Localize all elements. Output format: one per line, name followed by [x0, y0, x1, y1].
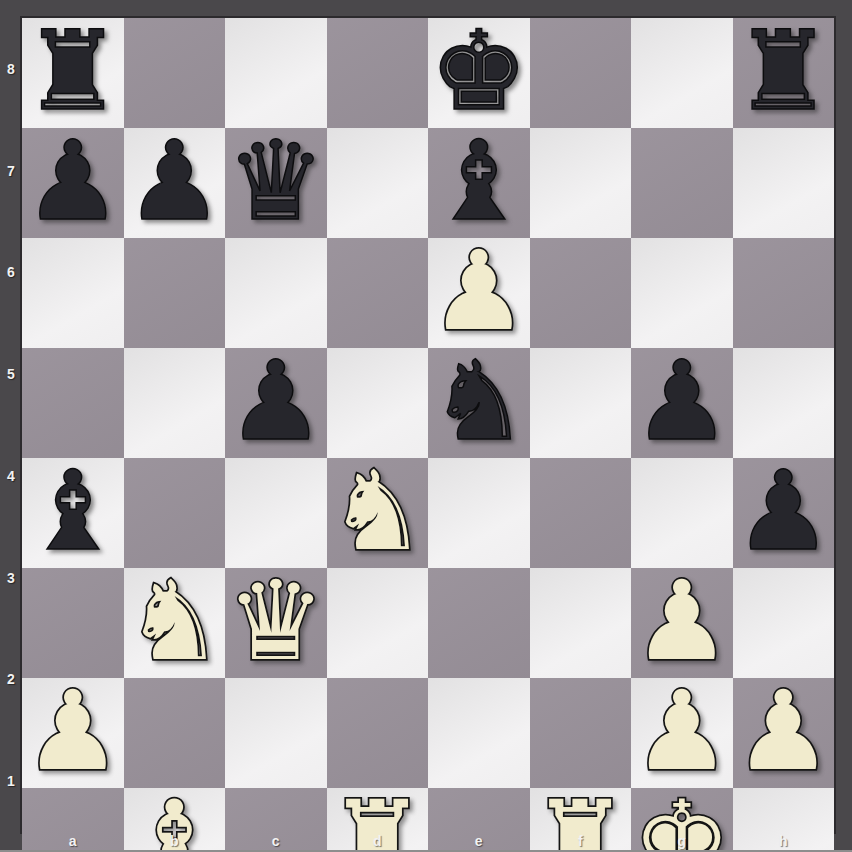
white-pawn[interactable]: ♟: [632, 676, 731, 786]
square-e4[interactable]: [428, 458, 530, 568]
white-pawn[interactable]: ♟: [734, 676, 833, 786]
chess-board-frame: ♜♚♜♟♟♛♝♟♟♞♟♝♞♟♞♛♟♟♟♟♝♜♜♚ 87654321 abcdef…: [0, 0, 852, 852]
square-e5[interactable]: ♞: [428, 348, 530, 458]
square-d5[interactable]: [327, 348, 429, 458]
rank-label-1: 1: [0, 730, 22, 832]
file-label-e: e: [428, 832, 530, 850]
rank-label-3: 3: [0, 527, 22, 629]
file-label-b: b: [124, 832, 226, 850]
white-pawn[interactable]: ♟: [632, 566, 731, 676]
square-g8[interactable]: [631, 18, 733, 128]
square-f4[interactable]: [530, 458, 632, 568]
square-b2[interactable]: [124, 678, 226, 788]
white-knight[interactable]: ♞: [125, 566, 224, 676]
square-g3[interactable]: ♟: [631, 568, 733, 678]
square-f6[interactable]: [530, 238, 632, 348]
black-pawn[interactable]: ♟: [125, 126, 224, 236]
white-pawn[interactable]: ♟: [429, 236, 528, 346]
square-e7[interactable]: ♝: [428, 128, 530, 238]
square-d7[interactable]: [327, 128, 429, 238]
square-c6[interactable]: [225, 238, 327, 348]
square-c4[interactable]: [225, 458, 327, 568]
square-h3[interactable]: [733, 568, 835, 678]
square-a7[interactable]: ♟: [22, 128, 124, 238]
square-h6[interactable]: [733, 238, 835, 348]
square-a6[interactable]: [22, 238, 124, 348]
rank-label-5: 5: [0, 323, 22, 425]
square-g7[interactable]: [631, 128, 733, 238]
square-h5[interactable]: [733, 348, 835, 458]
square-e2[interactable]: [428, 678, 530, 788]
square-a2[interactable]: ♟: [22, 678, 124, 788]
square-e6[interactable]: ♟: [428, 238, 530, 348]
black-pawn[interactable]: ♟: [23, 126, 122, 236]
square-a3[interactable]: [22, 568, 124, 678]
black-pawn[interactable]: ♟: [226, 346, 325, 456]
square-h7[interactable]: [733, 128, 835, 238]
square-h4[interactable]: ♟: [733, 458, 835, 568]
black-rook[interactable]: ♜: [734, 16, 833, 126]
square-e8[interactable]: ♚: [428, 18, 530, 128]
square-b6[interactable]: [124, 238, 226, 348]
white-queen[interactable]: ♛: [226, 566, 325, 676]
square-f5[interactable]: [530, 348, 632, 458]
square-h2[interactable]: ♟: [733, 678, 835, 788]
black-bishop[interactable]: ♝: [429, 126, 528, 236]
square-d6[interactable]: [327, 238, 429, 348]
rank-label-2: 2: [0, 629, 22, 731]
black-knight[interactable]: ♞: [429, 346, 528, 456]
square-c5[interactable]: ♟: [225, 348, 327, 458]
file-label-h: h: [733, 832, 835, 850]
square-b7[interactable]: ♟: [124, 128, 226, 238]
square-h8[interactable]: ♜: [733, 18, 835, 128]
square-b3[interactable]: ♞: [124, 568, 226, 678]
file-label-g: g: [631, 832, 733, 850]
square-e3[interactable]: [428, 568, 530, 678]
square-a8[interactable]: ♜: [22, 18, 124, 128]
square-b4[interactable]: [124, 458, 226, 568]
square-d8[interactable]: [327, 18, 429, 128]
file-labels: abcdefgh: [22, 832, 834, 850]
square-c7[interactable]: ♛: [225, 128, 327, 238]
square-f8[interactable]: [530, 18, 632, 128]
chess-board: ♜♚♜♟♟♛♝♟♟♞♟♝♞♟♞♛♟♟♟♟♝♜♜♚: [22, 18, 834, 832]
rank-label-7: 7: [0, 120, 22, 222]
rank-label-8: 8: [0, 18, 22, 120]
square-g6[interactable]: [631, 238, 733, 348]
file-label-c: c: [225, 832, 327, 850]
rank-label-4: 4: [0, 425, 22, 527]
square-f7[interactable]: [530, 128, 632, 238]
square-c8[interactable]: [225, 18, 327, 128]
black-pawn[interactable]: ♟: [734, 456, 833, 566]
black-king[interactable]: ♚: [429, 16, 528, 126]
square-g2[interactable]: ♟: [631, 678, 733, 788]
square-g5[interactable]: ♟: [631, 348, 733, 458]
square-b8[interactable]: [124, 18, 226, 128]
black-pawn[interactable]: ♟: [632, 346, 731, 456]
black-rook[interactable]: ♜: [23, 16, 122, 126]
square-a5[interactable]: [22, 348, 124, 458]
square-c3[interactable]: ♛: [225, 568, 327, 678]
black-bishop[interactable]: ♝: [23, 456, 122, 566]
square-d2[interactable]: [327, 678, 429, 788]
square-d3[interactable]: [327, 568, 429, 678]
square-c2[interactable]: [225, 678, 327, 788]
square-f3[interactable]: [530, 568, 632, 678]
rank-labels: 87654321: [0, 18, 22, 832]
square-f2[interactable]: [530, 678, 632, 788]
square-g4[interactable]: [631, 458, 733, 568]
rank-label-6: 6: [0, 222, 22, 324]
file-label-d: d: [327, 832, 429, 850]
square-a4[interactable]: ♝: [22, 458, 124, 568]
black-queen[interactable]: ♛: [226, 126, 325, 236]
file-label-f: f: [530, 832, 632, 850]
file-label-a: a: [22, 832, 124, 850]
square-d4[interactable]: ♞: [327, 458, 429, 568]
square-b5[interactable]: [124, 348, 226, 458]
white-pawn[interactable]: ♟: [23, 676, 122, 786]
white-knight[interactable]: ♞: [328, 456, 427, 566]
